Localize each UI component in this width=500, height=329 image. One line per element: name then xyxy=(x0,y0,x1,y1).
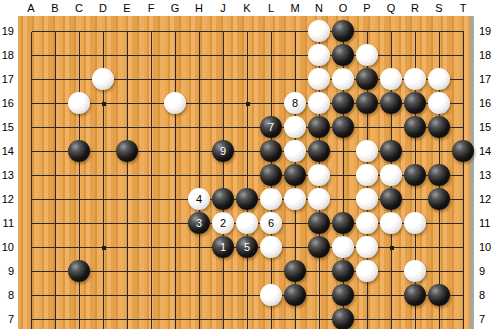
row-label-left: 15 xyxy=(0,119,14,135)
stone-black-O15[interactable] xyxy=(332,116,354,138)
stone-black-N11[interactable] xyxy=(308,212,330,234)
row-label-right: 11 xyxy=(479,215,499,231)
stone-black-K12[interactable] xyxy=(236,188,258,210)
stone-white-L12[interactable] xyxy=(260,188,282,210)
row-label-left: 14 xyxy=(0,143,14,159)
row-label-right: 10 xyxy=(479,239,499,255)
move-number: 7 xyxy=(268,121,274,133)
move-number: 2 xyxy=(220,217,226,229)
row-label-right: 14 xyxy=(479,143,499,159)
stone-white-C16[interactable] xyxy=(68,92,90,114)
row-label-right: 7 xyxy=(479,311,499,327)
stone-black-M9[interactable] xyxy=(284,260,306,282)
stone-white-N19[interactable] xyxy=(308,20,330,42)
column-label: N xyxy=(307,0,331,16)
column-label: K xyxy=(235,0,259,16)
stone-white-N13[interactable] xyxy=(308,164,330,186)
move-number: 5 xyxy=(244,241,250,253)
move-number: 9 xyxy=(220,145,226,157)
move-number: 1 xyxy=(220,241,226,253)
row-label-left: 11 xyxy=(0,215,14,231)
stone-black-Q12[interactable] xyxy=(380,188,402,210)
row-label-right: 9 xyxy=(479,263,499,279)
stone-black-O16[interactable] xyxy=(332,92,354,114)
stone-black-P17[interactable] xyxy=(356,68,378,90)
stone-white-G16[interactable] xyxy=(164,92,186,114)
column-label: A xyxy=(19,0,43,16)
stone-black-O11[interactable] xyxy=(332,212,354,234)
move-number: 6 xyxy=(268,217,274,229)
row-label-right: 8 xyxy=(479,287,499,303)
stone-white-N17[interactable] xyxy=(308,68,330,90)
stone-white-N12[interactable] xyxy=(308,188,330,210)
stone-black-S15[interactable] xyxy=(428,116,450,138)
row-label-left: 16 xyxy=(0,95,14,111)
column-label: R xyxy=(403,0,427,16)
stone-black-R16[interactable] xyxy=(404,92,426,114)
column-label: B xyxy=(43,0,67,16)
column-label: G xyxy=(163,0,187,16)
stone-black-M13[interactable] xyxy=(284,164,306,186)
stone-black-C14[interactable] xyxy=(68,140,90,162)
column-label: J xyxy=(211,0,235,16)
stone-white-Q11[interactable] xyxy=(380,212,402,234)
row-label-right: 18 xyxy=(479,47,499,63)
stone-black-K10[interactable]: 5 xyxy=(236,236,258,258)
stone-white-S17[interactable] xyxy=(428,68,450,90)
stone-white-M12[interactable] xyxy=(284,188,306,210)
row-label-right: 13 xyxy=(479,167,499,183)
column-label: S xyxy=(427,0,451,16)
stone-black-E14[interactable] xyxy=(116,140,138,162)
stone-black-S13[interactable] xyxy=(428,164,450,186)
move-number: 3 xyxy=(196,217,202,229)
stone-black-C9[interactable] xyxy=(68,260,90,282)
column-label: T xyxy=(451,0,475,16)
stone-white-N16[interactable] xyxy=(308,92,330,114)
move-number: 4 xyxy=(196,193,202,205)
row-label-right: 15 xyxy=(479,119,499,135)
stone-white-R17[interactable] xyxy=(404,68,426,90)
row-label-left: 10 xyxy=(0,239,14,255)
row-label-right: 16 xyxy=(479,95,499,111)
stone-white-R11[interactable] xyxy=(404,212,426,234)
stone-black-S8[interactable] xyxy=(428,284,450,306)
stone-white-M14[interactable] xyxy=(284,140,306,162)
stones-layer: 842679315 xyxy=(19,19,475,329)
stone-black-Q14[interactable] xyxy=(380,140,402,162)
stone-black-S12[interactable] xyxy=(428,188,450,210)
column-label: E xyxy=(115,0,139,16)
stone-black-R15[interactable] xyxy=(404,116,426,138)
row-label-left: 18 xyxy=(0,47,14,63)
stone-white-J11[interactable]: 2 xyxy=(212,212,234,234)
stone-white-D17[interactable] xyxy=(92,68,114,90)
stone-black-J14[interactable]: 9 xyxy=(212,140,234,162)
stone-white-L10[interactable] xyxy=(260,236,282,258)
column-label: H xyxy=(187,0,211,16)
row-label-right: 12 xyxy=(479,191,499,207)
column-label: L xyxy=(259,0,283,16)
column-label: C xyxy=(67,0,91,16)
go-diagram: ABCDEFGHJKLMNOPQRST 19181716151413121110… xyxy=(0,0,500,329)
column-label: O xyxy=(331,0,355,16)
stone-white-S16[interactable] xyxy=(428,92,450,114)
row-label-left: 8 xyxy=(0,287,14,303)
stone-black-N15[interactable] xyxy=(308,116,330,138)
stone-black-O19[interactable] xyxy=(332,20,354,42)
row-label-left: 7 xyxy=(0,311,14,327)
stone-black-O9[interactable] xyxy=(332,260,354,282)
stone-black-Q16[interactable] xyxy=(380,92,402,114)
row-label-left: 17 xyxy=(0,71,14,87)
stone-white-R9[interactable] xyxy=(404,260,426,282)
stone-white-H12[interactable]: 4 xyxy=(188,188,210,210)
stone-white-P14[interactable] xyxy=(356,140,378,162)
go-board[interactable]: 842679315 xyxy=(18,16,474,329)
stone-white-P11[interactable] xyxy=(356,212,378,234)
stone-white-N18[interactable] xyxy=(308,44,330,66)
stone-white-M16[interactable]: 8 xyxy=(284,92,306,114)
row-label-right: 19 xyxy=(479,23,499,39)
stone-white-P12[interactable] xyxy=(356,188,378,210)
stone-black-L13[interactable] xyxy=(260,164,282,186)
column-label: Q xyxy=(379,0,403,16)
stone-black-J10[interactable]: 1 xyxy=(212,236,234,258)
row-label-left: 9 xyxy=(0,263,14,279)
stone-black-H11[interactable]: 3 xyxy=(188,212,210,234)
move-number: 8 xyxy=(292,97,298,109)
stone-black-P16[interactable] xyxy=(356,92,378,114)
row-label-right: 17 xyxy=(479,71,499,87)
column-label: M xyxy=(283,0,307,16)
stone-black-R8[interactable] xyxy=(404,284,426,306)
stone-black-N10[interactable] xyxy=(308,236,330,258)
stone-black-R13[interactable] xyxy=(404,164,426,186)
stone-white-Q13[interactable] xyxy=(380,164,402,186)
column-label: F xyxy=(139,0,163,16)
stone-black-O7[interactable] xyxy=(332,308,354,329)
row-label-left: 12 xyxy=(0,191,14,207)
stone-black-L14[interactable] xyxy=(260,140,282,162)
stone-white-Q17[interactable] xyxy=(380,68,402,90)
stone-black-N14[interactable] xyxy=(308,140,330,162)
stone-black-M8[interactable] xyxy=(284,284,306,306)
stone-white-O10[interactable] xyxy=(332,236,354,258)
stone-white-P9[interactable] xyxy=(356,260,378,282)
stone-white-P13[interactable] xyxy=(356,164,378,186)
stone-black-T14[interactable] xyxy=(452,140,474,162)
stone-black-O8[interactable] xyxy=(332,284,354,306)
stone-white-O17[interactable] xyxy=(332,68,354,90)
stone-white-M15[interactable] xyxy=(284,116,306,138)
stone-white-P18[interactable] xyxy=(356,44,378,66)
column-label: D xyxy=(91,0,115,16)
stone-black-O18[interactable] xyxy=(332,44,354,66)
column-label: P xyxy=(355,0,379,16)
row-label-left: 13 xyxy=(0,167,14,183)
stone-black-J12[interactable] xyxy=(212,188,234,210)
stone-black-L15[interactable]: 7 xyxy=(260,116,282,138)
row-label-left: 19 xyxy=(0,23,14,39)
stone-white-K11[interactable] xyxy=(236,212,258,234)
stone-white-L11[interactable]: 6 xyxy=(260,212,282,234)
stone-white-L8[interactable] xyxy=(260,284,282,306)
stone-white-P10[interactable] xyxy=(356,236,378,258)
